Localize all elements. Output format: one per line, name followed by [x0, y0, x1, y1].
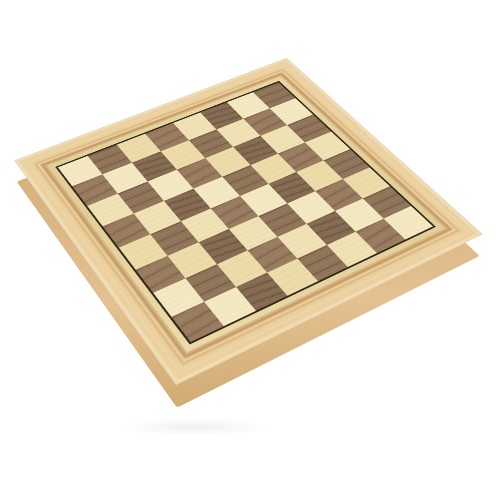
frame-edge-far-right: [161, 218, 483, 385]
scene: [0, 0, 500, 500]
board-square-g3: [217, 250, 267, 287]
board-square-f6: [287, 191, 335, 224]
board-square-f3: [199, 229, 248, 264]
product-photo: [0, 0, 500, 500]
board-square-g2: [185, 264, 236, 302]
chess-board: [14, 58, 483, 385]
board-square-e4: [211, 196, 259, 229]
board-square-h6: [327, 232, 377, 267]
board-square-h1: [171, 302, 223, 342]
board-square-h5: [297, 245, 348, 281]
board-square-f5: [258, 203, 306, 236]
board-square-d2: [134, 201, 181, 234]
board-square-g4: [248, 237, 298, 273]
board-square-g6: [307, 211, 356, 245]
board-square-c1: [87, 194, 134, 227]
board-square-d1: [103, 213, 151, 247]
board-square-h8: [384, 206, 433, 240]
board-square-g7: [335, 198, 384, 231]
board-square-g5: [277, 224, 326, 259]
board-square-h3: [236, 273, 287, 311]
board-square-f2: [168, 242, 217, 278]
board-square-e1: [119, 234, 168, 270]
board-square-f4: [229, 216, 278, 250]
chess-board-3d: [14, 58, 483, 385]
board-square-h2: [204, 287, 256, 326]
board-square-e3: [181, 208, 229, 242]
board-square-h4: [267, 259, 318, 296]
board-square-e2: [150, 221, 198, 256]
board-square-f1: [136, 256, 186, 293]
board-square-g1: [153, 278, 204, 317]
board-square-h7: [356, 219, 406, 253]
